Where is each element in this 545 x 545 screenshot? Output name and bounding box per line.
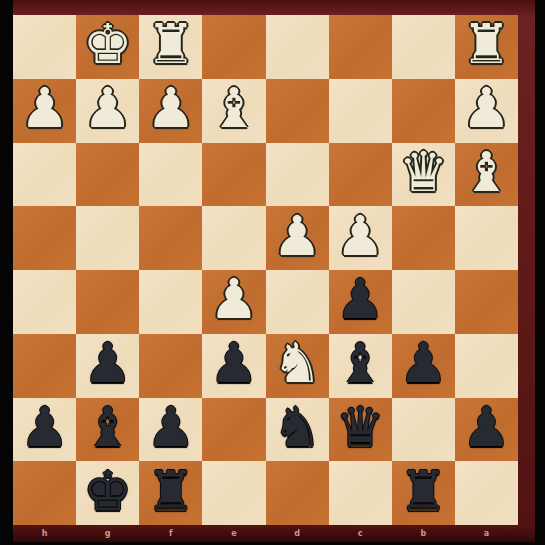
square-a7[interactable]: ♟ bbox=[455, 398, 518, 462]
square-g1[interactable]: ♚ bbox=[76, 15, 139, 79]
piece-white-pawn-h2: ♟ bbox=[20, 81, 69, 136]
square-h2[interactable]: ♟ bbox=[13, 79, 76, 143]
square-c4[interactable]: ♟ bbox=[329, 206, 392, 270]
square-g4[interactable] bbox=[76, 206, 139, 270]
piece-white-bishop-a3: ♝ bbox=[462, 145, 511, 200]
square-b5[interactable] bbox=[392, 270, 455, 334]
square-e7[interactable] bbox=[202, 398, 265, 462]
square-e5[interactable]: ♟ bbox=[202, 270, 265, 334]
piece-white-pawn-d4: ♟ bbox=[272, 209, 321, 264]
square-h7[interactable]: ♟ bbox=[13, 398, 76, 462]
square-e8[interactable] bbox=[202, 461, 265, 525]
square-d6[interactable]: ♞ bbox=[266, 334, 329, 398]
square-d1[interactable] bbox=[266, 15, 329, 79]
square-f8[interactable]: ♜ bbox=[139, 461, 202, 525]
square-f2[interactable]: ♟ bbox=[139, 79, 202, 143]
square-f7[interactable]: ♟ bbox=[139, 398, 202, 462]
square-e2[interactable]: ♝ bbox=[202, 79, 265, 143]
piece-black-rook-f8: ♜ bbox=[146, 464, 195, 519]
square-c1[interactable] bbox=[329, 15, 392, 79]
piece-white-queen-b3: ♛ bbox=[399, 145, 448, 200]
file-label-c: c bbox=[329, 527, 392, 541]
square-e4[interactable] bbox=[202, 206, 265, 270]
square-g6[interactable]: ♟ bbox=[76, 334, 139, 398]
square-h3[interactable] bbox=[13, 143, 76, 207]
piece-black-king-g8: ♚ bbox=[83, 464, 132, 519]
square-c8[interactable] bbox=[329, 461, 392, 525]
piece-black-queen-c7: ♛ bbox=[336, 400, 385, 455]
square-h4[interactable] bbox=[13, 206, 76, 270]
file-label-e: e bbox=[202, 527, 265, 541]
square-a1[interactable]: ♜ bbox=[455, 15, 518, 79]
piece-black-knight-d7: ♞ bbox=[272, 400, 321, 455]
file-label-d: d bbox=[266, 527, 329, 541]
piece-white-bishop-e2: ♝ bbox=[209, 81, 258, 136]
square-a4[interactable] bbox=[455, 206, 518, 270]
square-g2[interactable]: ♟ bbox=[76, 79, 139, 143]
square-d3[interactable] bbox=[266, 143, 329, 207]
square-b7[interactable] bbox=[392, 398, 455, 462]
piece-black-pawn-f7: ♟ bbox=[146, 400, 195, 455]
piece-white-pawn-e5: ♟ bbox=[209, 272, 258, 327]
square-c5[interactable]: ♟ bbox=[329, 270, 392, 334]
piece-black-pawn-c5: ♟ bbox=[336, 272, 385, 327]
file-label-a: a bbox=[455, 527, 518, 541]
piece-black-bishop-g7: ♝ bbox=[83, 400, 132, 455]
square-h1[interactable] bbox=[13, 15, 76, 79]
square-e3[interactable] bbox=[202, 143, 265, 207]
square-a2[interactable]: ♟ bbox=[455, 79, 518, 143]
board-grid: ♚♜♜♟♟♟♝♟♛♝♟♟♟♟♟♟♞♝♟♟♝♟♞♛♟♚♜♜ bbox=[13, 15, 518, 525]
square-h5[interactable] bbox=[13, 270, 76, 334]
square-b8[interactable]: ♜ bbox=[392, 461, 455, 525]
piece-black-pawn-h7: ♟ bbox=[20, 400, 69, 455]
square-g8[interactable]: ♚ bbox=[76, 461, 139, 525]
piece-white-knight-d6: ♞ bbox=[272, 336, 321, 391]
square-f1[interactable]: ♜ bbox=[139, 15, 202, 79]
square-f6[interactable] bbox=[139, 334, 202, 398]
piece-black-pawn-b6: ♟ bbox=[399, 336, 448, 391]
square-a6[interactable] bbox=[455, 334, 518, 398]
square-d4[interactable]: ♟ bbox=[266, 206, 329, 270]
piece-white-pawn-g2: ♟ bbox=[83, 81, 132, 136]
square-c3[interactable] bbox=[329, 143, 392, 207]
square-d7[interactable]: ♞ bbox=[266, 398, 329, 462]
piece-black-bishop-c6: ♝ bbox=[336, 336, 385, 391]
square-b1[interactable] bbox=[392, 15, 455, 79]
square-g5[interactable] bbox=[76, 270, 139, 334]
file-label-f: f bbox=[139, 527, 202, 541]
square-c7[interactable]: ♛ bbox=[329, 398, 392, 462]
square-c2[interactable] bbox=[329, 79, 392, 143]
square-f3[interactable] bbox=[139, 143, 202, 207]
piece-white-pawn-a2: ♟ bbox=[462, 81, 511, 136]
square-g7[interactable]: ♝ bbox=[76, 398, 139, 462]
square-b3[interactable]: ♛ bbox=[392, 143, 455, 207]
piece-black-rook-b8: ♜ bbox=[399, 464, 448, 519]
piece-white-king-g1: ♚ bbox=[83, 17, 132, 72]
square-g3[interactable] bbox=[76, 143, 139, 207]
square-h8[interactable] bbox=[13, 461, 76, 525]
square-b6[interactable]: ♟ bbox=[392, 334, 455, 398]
piece-white-pawn-c4: ♟ bbox=[336, 209, 385, 264]
piece-white-rook-f1: ♜ bbox=[146, 17, 195, 72]
piece-white-pawn-f2: ♟ bbox=[146, 81, 195, 136]
square-d8[interactable] bbox=[266, 461, 329, 525]
square-a5[interactable] bbox=[455, 270, 518, 334]
piece-black-pawn-g6: ♟ bbox=[83, 336, 132, 391]
piece-black-pawn-e6: ♟ bbox=[209, 336, 258, 391]
square-a3[interactable]: ♝ bbox=[455, 143, 518, 207]
piece-white-rook-a1: ♜ bbox=[462, 17, 511, 72]
square-f4[interactable] bbox=[139, 206, 202, 270]
square-b4[interactable] bbox=[392, 206, 455, 270]
file-label-g: g bbox=[76, 527, 139, 541]
square-f5[interactable] bbox=[139, 270, 202, 334]
file-label-h: h bbox=[13, 527, 76, 541]
file-labels: hgfedcba bbox=[13, 527, 518, 541]
file-label-b: b bbox=[392, 527, 455, 541]
square-d5[interactable] bbox=[266, 270, 329, 334]
piece-black-pawn-a7: ♟ bbox=[462, 400, 511, 455]
square-a8[interactable] bbox=[455, 461, 518, 525]
square-d2[interactable] bbox=[266, 79, 329, 143]
square-c6[interactable]: ♝ bbox=[329, 334, 392, 398]
square-e1[interactable] bbox=[202, 15, 265, 79]
square-h6[interactable] bbox=[13, 334, 76, 398]
square-e6[interactable]: ♟ bbox=[202, 334, 265, 398]
square-b2[interactable] bbox=[392, 79, 455, 143]
